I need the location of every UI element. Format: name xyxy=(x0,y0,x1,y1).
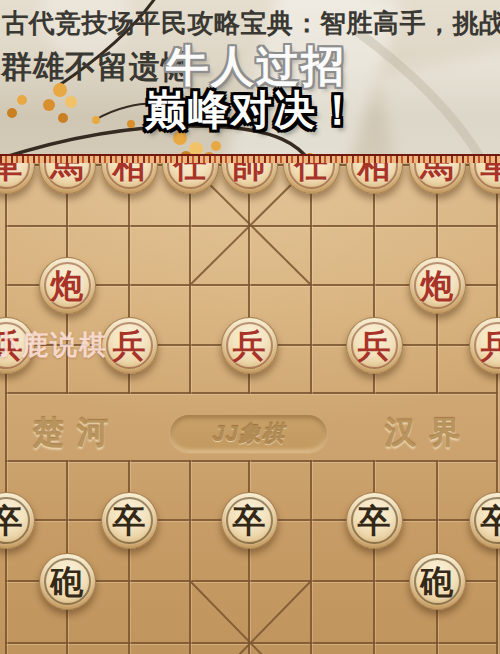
ornament-border xyxy=(0,154,500,163)
piece-red-兵-f7r4[interactable]: 兵 xyxy=(346,317,403,374)
piece-character: 砲 xyxy=(421,565,454,598)
piece-red-炮-f8r3[interactable]: 炮 xyxy=(409,257,466,314)
piece-character: 馬 xyxy=(51,163,84,182)
piece-black-砲-f8r8[interactable]: 砲 xyxy=(409,553,466,610)
piece-character: 兵 xyxy=(481,329,500,362)
river-logo-text: JJ象棋 xyxy=(212,419,284,449)
piece-character: 兵 xyxy=(358,329,391,362)
thumbnail-root: 楚河 汉界 JJ象棋 小鹿说棋 車馬相仕帥仕相馬車炮炮兵兵兵兵兵卒卒卒卒卒砲砲 xyxy=(0,0,500,654)
sticker-dianfeng-duijue: 巅峰对决！ xyxy=(145,83,360,138)
piece-black-卒-f7r7[interactable]: 卒 xyxy=(346,492,403,549)
piece-red-兵-f3r4[interactable]: 兵 xyxy=(101,317,158,374)
piece-character: 卒 xyxy=(358,504,391,537)
piece-red-炮-f2r3[interactable]: 炮 xyxy=(39,257,96,314)
piece-red-兵-f5r4[interactable]: 兵 xyxy=(221,317,278,374)
piece-black-卒-f3r7[interactable]: 卒 xyxy=(101,492,158,549)
header: 古代竞技场平民攻略宝典：智胜高手，挑战 群雄不留遗憾 牛人过招 巅峰对决！ xyxy=(0,0,500,163)
piece-character: 兵 xyxy=(233,329,266,362)
piece-character: 仕 xyxy=(295,163,328,182)
piece-black-卒-f5r7[interactable]: 卒 xyxy=(221,492,278,549)
title-line-2: 群雄不留遗憾 xyxy=(1,46,193,88)
piece-character: 炮 xyxy=(421,269,454,302)
piece-character: 仕 xyxy=(174,163,207,182)
piece-character: 砲 xyxy=(51,565,84,598)
title-line-1: 古代竞技场平民攻略宝典：智胜高手，挑战 xyxy=(2,6,500,41)
piece-character: 相 xyxy=(358,163,391,182)
piece-character: 卒 xyxy=(481,504,500,537)
piece-character: 車 xyxy=(0,163,23,182)
piece-character: 卒 xyxy=(0,504,23,537)
piece-character: 馬 xyxy=(421,163,454,182)
river-label-han-jie: 汉界 xyxy=(385,412,473,454)
faint-branch xyxy=(355,30,482,160)
river-logo-plaque: JJ象棋 xyxy=(170,415,327,452)
piece-character: 車 xyxy=(481,163,500,182)
piece-character: 兵 xyxy=(113,329,146,362)
piece-character: 帥 xyxy=(233,163,266,182)
xiangqi-board[interactable]: 楚河 汉界 JJ象棋 小鹿说棋 車馬相仕帥仕相馬車炮炮兵兵兵兵兵卒卒卒卒卒砲砲 xyxy=(0,163,500,654)
piece-character: 卒 xyxy=(113,504,146,537)
piece-character: 卒 xyxy=(233,504,266,537)
watermark: 小鹿说棋 xyxy=(0,327,108,363)
piece-character: 炮 xyxy=(51,269,84,302)
piece-black-砲-f2r8[interactable]: 砲 xyxy=(39,553,96,610)
river-label-chu-he: 楚河 xyxy=(33,412,121,454)
piece-character: 相 xyxy=(113,163,146,182)
